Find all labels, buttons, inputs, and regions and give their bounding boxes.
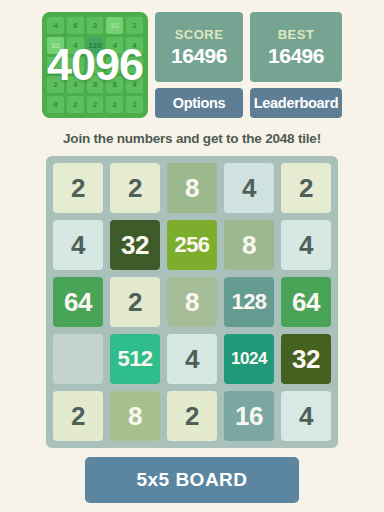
best-label: BEST — [278, 27, 315, 42]
tile-128: 128 — [224, 277, 274, 327]
score-value: 16496 — [171, 44, 227, 68]
tile-2: 2 — [167, 391, 217, 441]
tile-2: 2 — [53, 391, 103, 441]
tile-32: 32 — [110, 220, 160, 270]
header: 482322324128442488482222 4096 SCORE 1649… — [0, 0, 384, 118]
board-size-button[interactable]: 5x5 BOARD — [85, 457, 299, 503]
tile-256: 256 — [167, 220, 217, 270]
best-value: 16496 — [268, 44, 324, 68]
app-screen: 482322324128442488482222 4096 SCORE 1649… — [0, 0, 384, 512]
tile-8: 8 — [167, 277, 217, 327]
tile-64: 64 — [281, 277, 331, 327]
tile-8: 8 — [110, 391, 160, 441]
tile-4: 4 — [281, 220, 331, 270]
best-column: BEST 16496 Leaderboard — [250, 12, 342, 118]
score-column: SCORE 16496 Options — [155, 12, 243, 118]
tile-4: 4 — [224, 163, 274, 213]
tile-1024: 1024 — [224, 334, 274, 384]
tile-32: 32 — [281, 334, 331, 384]
empty-cell — [53, 334, 103, 384]
tile-2: 2 — [53, 163, 103, 213]
tile-4: 4 — [167, 334, 217, 384]
best-panel: BEST 16496 — [250, 12, 342, 82]
score-label: SCORE — [175, 27, 224, 42]
score-panel: SCORE 16496 — [155, 12, 243, 82]
logo-tile: 482322324128442488482222 4096 — [42, 12, 148, 118]
tagline: Join the numbers and get to the 2048 til… — [0, 131, 384, 146]
logo-value: 4096 — [42, 12, 148, 118]
leaderboard-button[interactable]: Leaderboard — [250, 88, 342, 118]
tile-2: 2 — [110, 277, 160, 327]
tile-8: 8 — [167, 163, 217, 213]
game-board[interactable]: 22842432256846428128645124102432282164 — [46, 156, 338, 448]
tile-2: 2 — [110, 163, 160, 213]
tile-8: 8 — [224, 220, 274, 270]
tile-512: 512 — [110, 334, 160, 384]
tile-2: 2 — [281, 163, 331, 213]
tile-4: 4 — [53, 220, 103, 270]
tile-16: 16 — [224, 391, 274, 441]
options-button[interactable]: Options — [155, 88, 243, 118]
tile-4: 4 — [281, 391, 331, 441]
tile-64: 64 — [53, 277, 103, 327]
